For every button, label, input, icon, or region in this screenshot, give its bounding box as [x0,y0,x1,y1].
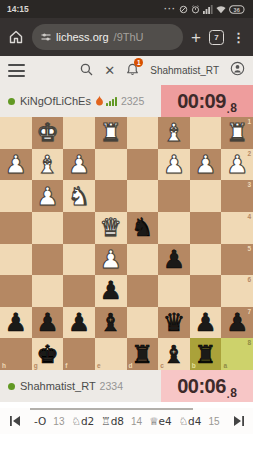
black-knight: ♞ [131,215,153,240]
square-d8[interactable]: ♜d [127,338,159,370]
square-e6[interactable]: ♟ [95,275,127,307]
square-d5[interactable] [127,244,159,276]
move-bar: -O13♘d2♖d814♕e4♘d415♘f3♖b8 [0,408,253,434]
square-g4[interactable] [32,212,64,244]
square-f5[interactable] [63,244,95,276]
black-rook: ♜ [194,342,216,367]
move[interactable]: ♕e4 [149,415,172,427]
square-g1[interactable]: ♚ [32,117,64,149]
rank-label: 1 [247,118,251,125]
opponent-clock-time: 00:09 [177,90,226,113]
player-clock: 00:06.8 [161,370,253,402]
square-e1[interactable]: ♜ [95,117,127,149]
move[interactable]: ♘d4 [179,415,202,427]
white-pawn: ♟ [68,152,90,177]
move-list-area: -O13♘d2♖d814♕e4♘d415♘f3♖b8 [0,402,253,450]
square-b8[interactable]: ♜b [190,338,222,370]
player-row: Shahmatist_RT 2334 00:06.8 [0,370,253,402]
square-a5[interactable]: 5 [221,244,253,276]
rank-label: 7 [247,308,251,315]
opponent-clock: 00:09.8 [161,85,253,117]
square-f7[interactable]: ♟ [63,307,95,339]
black-pawn: ♟ [163,247,185,272]
white-pawn: ♟ [5,152,27,177]
more-icon: ··· [164,4,176,14]
white-pawn: ♟ [99,247,121,272]
black-pawn: ♟ [194,310,216,335]
player-clock-tenths: 8 [230,386,237,400]
square-c7[interactable]: ♛ [158,307,190,339]
online-dot [8,98,15,105]
square-d2[interactable] [127,149,159,181]
black-bishop: ♝ [163,342,185,367]
white-queen: ♛ [99,215,121,240]
rank-label: 2 [247,150,251,157]
rank-label: 3 [247,181,251,188]
white-pawn: ♟ [226,152,248,177]
file-label: d [129,362,133,369]
url-host: lichess.org [56,31,109,43]
square-d7[interactable] [127,307,159,339]
rank-label: 4 [247,213,251,220]
square-b4[interactable] [190,212,222,244]
move[interactable]: -O [34,415,46,427]
signal-icon [203,5,213,14]
square-b2[interactable]: ♟ [190,149,222,181]
square-f8[interactable]: f [63,338,95,370]
square-g7[interactable]: ♟ [32,307,64,339]
player-clock-time: 00:06 [177,375,226,398]
square-c1[interactable]: ♝ [158,117,190,149]
challenge-icon[interactable]: ✕ [104,64,115,77]
square-d6[interactable] [127,275,159,307]
square-g8[interactable]: ♚g [32,338,64,370]
last-move-button[interactable] [223,416,253,426]
black-pawn: ♟ [226,310,248,335]
file-label: a [223,362,227,369]
online-dot [8,383,15,390]
connection-signal-icon [106,97,117,106]
square-b6[interactable] [190,275,222,307]
search-icon[interactable] [80,62,93,80]
square-a8[interactable]: 8a [221,338,253,370]
white-pawn: ♟ [194,152,216,177]
flame-icon [95,92,104,110]
black-pawn: ♟ [68,310,90,335]
status-bar: 14:15 ··· 36 [0,0,253,18]
square-b1[interactable] [190,117,222,149]
square-a3[interactable]: 3 [221,180,253,212]
opponent-row: KiNgOfLiChEs 2325 00:09.8 [0,85,253,117]
file-label: h [2,362,6,369]
square-d1[interactable] [127,117,159,149]
header-username[interactable]: Shahmatist_RT [150,65,219,76]
move[interactable]: ♘d2 [71,415,94,427]
square-c3[interactable] [158,180,190,212]
user-account-icon[interactable] [230,61,245,80]
square-c2[interactable]: ♟ [158,149,190,181]
address-bar[interactable]: lichess.org/9ThU [32,24,183,50]
site-header: ✕ 1 Shahmatist_RT [0,56,253,85]
square-a2[interactable]: ♟2 [221,149,253,181]
browser-toolbar: lichess.org/9ThU + 7 ⋮ [0,18,253,56]
file-label: f [65,362,67,369]
rank-label: 6 [247,276,251,283]
square-e5[interactable]: ♟ [95,244,127,276]
square-b5[interactable] [190,244,222,276]
black-king: ♚ [36,342,58,367]
square-b7[interactable]: ♟ [190,307,222,339]
black-rook: ♜ [131,342,153,367]
opponent-rating: 2325 [121,95,144,107]
rank-label: 8 [247,339,251,346]
tab-switcher-button[interactable]: 7 [209,30,224,45]
white-king: ♚ [36,120,58,145]
rank-label: 5 [247,245,251,252]
black-pawn: ♟ [99,278,121,303]
square-c6[interactable] [158,275,190,307]
chess-board[interactable]: ♚♜♝♜1♟♝♟♟♟♟2♟♞3♛♞4♟♟5♟6♟♟♟♝♛♟♟7h♚gfe♜d♝c… [0,117,253,370]
square-g5[interactable] [32,244,64,276]
white-rook: ♜ [226,120,248,145]
black-pawn: ♟ [5,310,27,335]
browser-menu-button[interactable]: ⋮ [232,30,245,45]
notification-count-badge: 1 [134,58,143,67]
file-label: b [192,362,196,369]
new-tab-button[interactable]: + [191,29,201,46]
battery-icon: 36 [229,5,246,14]
square-h5[interactable] [0,244,32,276]
move-number: 13 [53,416,64,427]
svg-text:36: 36 [234,6,240,12]
white-bishop: ♝ [36,152,58,177]
square-h1[interactable] [0,117,32,149]
player-rating: 2334 [100,380,123,392]
square-f3[interactable]: ♞ [63,180,95,212]
square-e7[interactable]: ♝ [95,307,127,339]
notification-bell-button[interactable]: 1 [126,62,139,80]
alarm-icon [191,5,200,14]
opponent-name[interactable]: KiNgOfLiChEs [20,95,91,107]
black-bishop: ♝ [99,310,121,335]
white-pawn: ♟ [36,184,58,209]
square-c5[interactable]: ♟ [158,244,190,276]
square-b3[interactable] [190,180,222,212]
square-d4[interactable]: ♞ [127,212,159,244]
player-name[interactable]: Shahmatist_RT [20,380,96,392]
square-a7[interactable]: ♟7 [221,307,253,339]
file-label: e [97,362,101,369]
white-pawn: ♟ [163,152,185,177]
square-h8[interactable]: h [0,338,32,370]
square-g3[interactable]: ♟ [32,180,64,212]
white-knight: ♞ [68,184,90,209]
square-a4[interactable]: 4 [221,212,253,244]
square-h6[interactable] [0,275,32,307]
white-rook: ♜ [99,120,121,145]
lichess-page: ✕ 1 Shahmatist_RT KiNgOfLiChEs 2325 00:0… [0,56,253,402]
square-a1[interactable]: ♜1 [221,117,253,149]
square-e2[interactable] [95,149,127,181]
url-path: /9ThU [114,31,144,43]
black-pawn: ♟ [36,310,58,335]
move[interactable]: ♖d8 [101,415,124,427]
square-g2[interactable]: ♝ [32,149,64,181]
white-bishop: ♝ [163,120,185,145]
move-list[interactable]: -O13♘d2♖d814♕e4♘d415♘f3♖b8 [30,408,223,434]
square-h7[interactable]: ♟ [0,307,32,339]
square-h4[interactable] [0,212,32,244]
home-button[interactable] [8,29,24,45]
hamburger-menu-button[interactable] [8,64,25,77]
site-settings-icon[interactable] [41,28,51,46]
square-f1[interactable] [63,117,95,149]
square-e3[interactable] [95,180,127,212]
square-a6[interactable]: 6 [221,275,253,307]
square-h2[interactable]: ♟ [0,149,32,181]
mute-icon [179,5,188,14]
square-f2[interactable]: ♟ [63,149,95,181]
file-label: g [34,362,38,369]
square-c4[interactable] [158,212,190,244]
move-number: 15 [208,416,219,427]
square-e4[interactable]: ♛ [95,212,127,244]
square-d3[interactable] [127,180,159,212]
file-label: c [160,362,164,369]
wifi-icon [216,5,226,14]
opponent-clock-tenths: 8 [230,101,237,115]
square-f6[interactable] [63,275,95,307]
move-list-scrollbar[interactable] [30,408,193,410]
move-number: 14 [131,416,142,427]
square-c8[interactable]: ♝c [158,338,190,370]
first-move-button[interactable] [0,416,30,426]
black-queen: ♛ [163,310,185,335]
square-g6[interactable] [32,275,64,307]
square-f4[interactable] [63,212,95,244]
square-h3[interactable] [0,180,32,212]
clock-time: 14:15 [7,4,29,14]
square-e8[interactable]: e [95,338,127,370]
